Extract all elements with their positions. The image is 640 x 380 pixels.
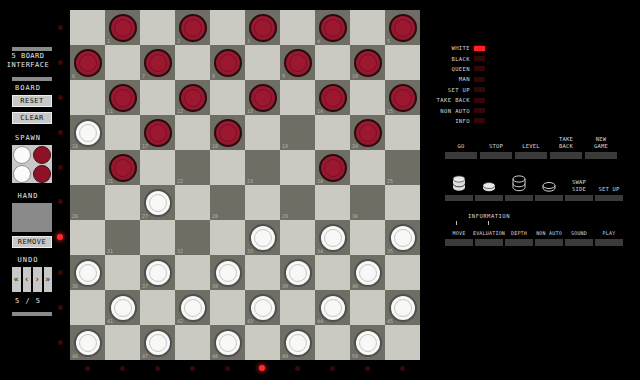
square-number: 10 [352, 74, 358, 79]
square-number: 25 [387, 179, 393, 184]
status-led-info [474, 118, 485, 123]
take-back-label: TAKE BACK [559, 134, 573, 149]
play-info-button[interactable] [595, 239, 623, 246]
spawn-red-man-1[interactable] [33, 146, 51, 164]
board-light-square [175, 45, 210, 80]
non-auto-info-label: NON AUTO [536, 228, 562, 236]
red-man-on-13[interactable] [249, 84, 277, 112]
board-light-square [140, 80, 175, 115]
board-square-34[interactable]: 34 [315, 220, 350, 255]
board-light-square [280, 220, 315, 255]
square-number: 6 [72, 74, 75, 79]
non-auto-info-button[interactable] [535, 239, 563, 246]
non-auto-info-control: NON AUTO [535, 228, 563, 246]
square-number: 12 [177, 109, 183, 114]
red-man-on-12[interactable] [179, 84, 207, 112]
row-led-3 [58, 95, 63, 100]
title-line2: INTERFACE [0, 61, 56, 70]
white-queen-control [445, 171, 473, 201]
board-section-label: BOARD [0, 84, 56, 92]
row-led-9 [58, 305, 63, 310]
board-square-32[interactable]: 32 [175, 220, 210, 255]
square-number: 20 [352, 144, 358, 149]
white-man-on-35[interactable] [389, 224, 417, 252]
square-number: 16 [72, 144, 78, 149]
status-label-man: MAN [410, 76, 470, 82]
row-led-6 [58, 199, 63, 204]
board-square-38[interactable]: 38 [210, 255, 245, 290]
move-info-control: MOVE [445, 228, 473, 246]
square-number: 3 [247, 39, 250, 44]
square-number: 11 [107, 109, 113, 114]
board-light-square [105, 255, 140, 290]
red-man-on-17[interactable] [144, 119, 172, 147]
square-number: 18 [212, 144, 218, 149]
red-man-on-18[interactable] [214, 119, 242, 147]
move-info-button[interactable] [445, 239, 473, 246]
board-square-41[interactable]: 41 [105, 290, 140, 325]
board-square-7[interactable]: 7 [140, 45, 175, 80]
row-led-10 [58, 340, 63, 345]
red-man-on-9[interactable] [284, 49, 312, 77]
board-square-42[interactable]: 42 [175, 290, 210, 325]
status-led-non-auto [474, 108, 485, 113]
white-man-on-16[interactable] [74, 119, 102, 147]
reset-button[interactable]: RESET [12, 95, 52, 107]
square-number: 38 [212, 284, 218, 289]
white-man-on-39[interactable] [284, 259, 312, 287]
square-number: 33 [247, 249, 253, 254]
evaluation-info-button[interactable] [475, 239, 503, 246]
row-led-column [57, 10, 63, 360]
information-group-tick [456, 221, 457, 225]
board-square-16[interactable]: 16 [70, 115, 105, 150]
information-buttons-row: MOVEEVALUATIONDEPTHNON AUTOSOUNDPLAY [445, 228, 623, 246]
status-led-black [474, 56, 485, 61]
board-light-square [70, 150, 105, 185]
status-led-queen [474, 66, 485, 71]
red-man-on-7[interactable] [144, 49, 172, 77]
board-square-25[interactable]: 25 [385, 150, 420, 185]
board-square-4[interactable]: 4 [315, 10, 350, 45]
board-square-1[interactable]: 1 [105, 10, 140, 45]
col-led-4 [190, 366, 195, 371]
board-square-8[interactable]: 8 [210, 45, 245, 80]
white-man-on-33[interactable] [249, 224, 277, 252]
board-light-square [315, 45, 350, 80]
white-man-on-27[interactable] [144, 189, 172, 217]
red-man-on-24[interactable] [319, 154, 347, 182]
black-man-icon [542, 171, 556, 192]
board-light-square [175, 185, 210, 220]
board-light-square [105, 115, 140, 150]
status-led-set-up [474, 87, 485, 92]
board-square-28[interactable]: 28 [210, 185, 245, 220]
board-square-21[interactable]: 21 [105, 150, 140, 185]
board-light-square [245, 45, 280, 80]
board-square-5[interactable]: 5 [385, 10, 420, 45]
board-light-square [140, 290, 175, 325]
clear-button[interactable]: CLEAR [12, 112, 52, 124]
board-square-22[interactable]: 22 [175, 150, 210, 185]
status-label-white: WHITE [410, 45, 470, 51]
black-queen-control [505, 171, 533, 201]
swap-side-button[interactable] [565, 195, 593, 201]
square-number: 50 [352, 354, 358, 359]
board-light-square [105, 325, 140, 360]
status-led-take-back [474, 98, 485, 103]
red-man-on-10[interactable] [354, 49, 382, 77]
board-square-2[interactable]: 2 [175, 10, 210, 45]
board-light-square [210, 10, 245, 45]
red-man-on-6[interactable] [74, 49, 102, 77]
square-number: 14 [317, 109, 323, 114]
black-queen-icon [512, 171, 526, 192]
square-number: 32 [177, 249, 183, 254]
status-label-take-back: TAKE BACK [410, 97, 470, 103]
board-light-square [385, 325, 420, 360]
board-square-17[interactable]: 17 [140, 115, 175, 150]
board-square-36[interactable]: 36 [70, 255, 105, 290]
board-light-square [175, 325, 210, 360]
undo-counter: 5 / 5 [0, 297, 56, 305]
square-number: 40 [352, 284, 358, 289]
status-led-white [474, 46, 485, 51]
board-square-44[interactable]: 44 [315, 290, 350, 325]
square-number: 41 [107, 319, 113, 324]
board-light-square [315, 325, 350, 360]
red-man-on-8[interactable] [214, 49, 242, 77]
white-queen-icon [452, 171, 466, 192]
depth-info-button[interactable] [505, 239, 533, 246]
col-led-3 [155, 366, 160, 371]
swap-side-label: SWAP SIDE [572, 171, 586, 192]
white-man-button[interactable] [475, 195, 503, 201]
col-led-7 [295, 366, 300, 371]
board-square-43[interactable]: 43 [245, 290, 280, 325]
white-man-on-45[interactable] [389, 294, 417, 322]
row-led-2 [58, 60, 63, 65]
board-square-40[interactable]: 40 [350, 255, 385, 290]
swap-side-control: SWAP SIDE [565, 171, 593, 201]
board-square-12[interactable]: 12 [175, 80, 210, 115]
square-number: 31 [107, 249, 113, 254]
board-light-square [245, 115, 280, 150]
white-queen-button[interactable] [445, 195, 473, 201]
evaluation-info-label: EVALUATION [473, 228, 505, 236]
white-man-icon [482, 171, 496, 192]
board-square-27[interactable]: 27 [140, 185, 175, 220]
spawn-red-man-2[interactable] [33, 165, 51, 183]
separator [12, 47, 52, 51]
square-number: 22 [177, 179, 183, 184]
board-square-39[interactable]: 39 [280, 255, 315, 290]
board-square-49[interactable]: 49 [280, 325, 315, 360]
status-label-info: INFO [410, 118, 470, 124]
square-number: 29 [282, 214, 288, 219]
square-number: 46 [72, 354, 78, 359]
board-light-square [210, 220, 245, 255]
board-light-square [280, 80, 315, 115]
board-square-37[interactable]: 37 [140, 255, 175, 290]
stop-control: STOP [480, 134, 512, 159]
white-man-on-40[interactable] [354, 259, 382, 287]
go-label: GO [457, 134, 464, 149]
board-light-square [175, 255, 210, 290]
status-label-queen: QUEEN [410, 66, 470, 72]
col-led-2 [120, 366, 125, 371]
board-light-square [70, 290, 105, 325]
board-square-20[interactable]: 20 [350, 115, 385, 150]
move-info-label: MOVE [453, 228, 466, 236]
white-man-on-47[interactable] [144, 329, 172, 357]
white-man-on-36[interactable] [74, 259, 102, 287]
board-square-29[interactable]: 29 [280, 185, 315, 220]
board-square-23[interactable]: 23 [245, 150, 280, 185]
board-square-50[interactable]: 50 [350, 325, 385, 360]
board-light-square [245, 255, 280, 290]
red-man-on-11[interactable] [109, 84, 137, 112]
status-row-set-up: SET UP [410, 85, 485, 95]
white-man-on-43[interactable] [249, 294, 277, 322]
status-row-info: INFO [410, 116, 485, 126]
draughts-board: 1234567891011121314151617181920212223242… [70, 10, 420, 360]
board-square-6[interactable]: 6 [70, 45, 105, 80]
square-number: 26 [72, 214, 78, 219]
square-number: 4 [317, 39, 320, 44]
status-row-black: BLACK [410, 53, 485, 63]
square-number: 13 [247, 109, 253, 114]
col-led-6 [259, 365, 265, 371]
board-square-35[interactable]: 35 [385, 220, 420, 255]
board-light-square [385, 255, 420, 290]
redo-all-button[interactable]: » [44, 267, 53, 292]
evaluation-info-control: EVALUATION [475, 228, 503, 246]
board-square-11[interactable]: 11 [105, 80, 140, 115]
col-led-5 [225, 366, 230, 371]
board-light-square [315, 115, 350, 150]
square-number: 36 [72, 284, 78, 289]
black-queen-button[interactable] [505, 195, 533, 201]
depth-info-control: DEPTH [505, 228, 533, 246]
board-square-18[interactable]: 18 [210, 115, 245, 150]
board-light-square [245, 325, 280, 360]
redo-one-button[interactable]: › [33, 267, 42, 292]
status-label-non-auto: NON AUTO [410, 108, 470, 114]
information-group-tick [488, 221, 489, 225]
square-number: 1 [107, 39, 110, 44]
board-square-19[interactable]: 19 [280, 115, 315, 150]
col-led-1 [85, 366, 90, 371]
square-number: 45 [387, 319, 393, 324]
stop-button[interactable] [480, 152, 512, 159]
square-number: 24 [317, 179, 323, 184]
board-light-square [315, 255, 350, 290]
board-light-square [70, 80, 105, 115]
board-square-10[interactable]: 10 [350, 45, 385, 80]
board-light-square [350, 150, 385, 185]
take-back-control: TAKE BACK [550, 134, 582, 159]
red-man-on-15[interactable] [389, 84, 417, 112]
undo-one-button[interactable]: ‹ [23, 267, 32, 292]
spawn-white-man-2[interactable] [13, 165, 31, 183]
red-man-on-20[interactable] [354, 119, 382, 147]
red-man-on-3[interactable] [249, 14, 277, 42]
board-square-26[interactable]: 26 [70, 185, 105, 220]
status-row-man: MAN [410, 74, 485, 84]
red-man-on-21[interactable] [109, 154, 137, 182]
red-man-on-4[interactable] [319, 14, 347, 42]
game-buttons-row: GOSTOPLEVELTAKE BACKNEW GAME [445, 134, 617, 159]
board-light-square [280, 10, 315, 45]
white-man-on-48[interactable] [214, 329, 242, 357]
square-number: 44 [317, 319, 323, 324]
board-square-48[interactable]: 48 [210, 325, 245, 360]
square-number: 42 [177, 319, 183, 324]
sound-info-label: SOUND [571, 228, 587, 236]
col-led-10 [400, 366, 405, 371]
spawn-tray [12, 145, 52, 183]
square-number: 15 [387, 109, 393, 114]
new-game-button[interactable] [585, 152, 617, 159]
square-number: 2 [177, 39, 180, 44]
square-number: 37 [142, 284, 148, 289]
square-number: 43 [247, 319, 253, 324]
row-led-4 [58, 130, 63, 135]
status-label-black: BLACK [410, 56, 470, 62]
white-man-on-46[interactable] [74, 329, 102, 357]
square-number: 17 [142, 144, 148, 149]
square-number: 30 [352, 214, 358, 219]
white-man-on-50[interactable] [354, 329, 382, 357]
board-light-square [350, 290, 385, 325]
hand-slot[interactable] [12, 203, 52, 232]
status-label-set-up: SET UP [410, 87, 470, 93]
depth-info-label: DEPTH [511, 228, 527, 236]
square-number: 9 [282, 74, 285, 79]
square-number: 27 [142, 214, 148, 219]
board-square-46[interactable]: 46 [70, 325, 105, 360]
interface-title: 5 BOARD INTERFACE [0, 52, 56, 70]
square-number: 34 [317, 249, 323, 254]
board-square-33[interactable]: 33 [245, 220, 280, 255]
hand-section-label: HAND [0, 192, 56, 200]
separator [12, 312, 52, 316]
play-info-control: PLAY [595, 228, 623, 246]
white-man-on-44[interactable] [319, 294, 347, 322]
status-row-take-back: TAKE BACK [410, 95, 485, 105]
setup-buttons-row: SWAP SIDESET UP [445, 171, 623, 201]
board-light-square [210, 80, 245, 115]
square-number: 39 [282, 284, 288, 289]
level-label: LEVEL [522, 134, 540, 149]
board-light-square [105, 185, 140, 220]
square-number: 35 [387, 249, 393, 254]
board-light-square [245, 185, 280, 220]
go-button[interactable] [445, 152, 477, 159]
red-man-on-1[interactable] [109, 14, 137, 42]
red-man-on-14[interactable] [319, 84, 347, 112]
board-light-square [350, 10, 385, 45]
board-light-square [105, 45, 140, 80]
undo-controls: «‹›» [12, 267, 52, 292]
row-led-1 [58, 25, 63, 30]
status-row-white: WHITE [410, 43, 485, 53]
row-led-5 [58, 165, 63, 170]
set-up-control: SET UP [595, 171, 623, 201]
square-number: 8 [212, 74, 215, 79]
black-man-control [535, 171, 563, 201]
checkers-computer-ui: 5 BOARD INTERFACE BOARD RESET CLEAR SPAW… [0, 0, 640, 380]
sound-info-button[interactable] [565, 239, 593, 246]
remove-button[interactable]: REMOVE [12, 236, 52, 248]
square-number: 21 [107, 179, 113, 184]
board-square-3[interactable]: 3 [245, 10, 280, 45]
white-man-on-37[interactable] [144, 259, 172, 287]
column-led-row [70, 364, 420, 372]
new-game-control: NEW GAME [585, 134, 617, 159]
board-square-9[interactable]: 9 [280, 45, 315, 80]
undo-section-label: UNDO [0, 256, 56, 264]
level-button[interactable] [515, 152, 547, 159]
white-man-on-42[interactable] [179, 294, 207, 322]
board-light-square [350, 80, 385, 115]
white-man-on-41[interactable] [109, 294, 137, 322]
board-square-45[interactable]: 45 [385, 290, 420, 325]
spawn-white-man-1[interactable] [13, 146, 31, 164]
square-number: 48 [212, 354, 218, 359]
status-led-panel: WHITEBLACKQUEENMANSET UPTAKE BACKNON AUT… [410, 43, 485, 126]
black-man-button[interactable] [535, 195, 563, 201]
white-man-on-34[interactable] [319, 224, 347, 252]
separator [12, 77, 52, 81]
board-light-square [210, 150, 245, 185]
white-man-on-38[interactable] [214, 259, 242, 287]
take-back-button[interactable] [550, 152, 582, 159]
board-light-square [70, 10, 105, 45]
new-game-label: NEW GAME [594, 134, 608, 149]
board-square-47[interactable]: 47 [140, 325, 175, 360]
go-control: GO [445, 134, 477, 159]
row-led-7 [57, 234, 63, 240]
board-square-13[interactable]: 13 [245, 80, 280, 115]
board-light-square [280, 290, 315, 325]
red-man-on-5[interactable] [389, 14, 417, 42]
red-man-on-2[interactable] [179, 14, 207, 42]
board-square-14[interactable]: 14 [315, 80, 350, 115]
stop-label: STOP [489, 134, 503, 149]
board-square-30[interactable]: 30 [350, 185, 385, 220]
undo-all-button[interactable]: « [12, 267, 21, 292]
status-row-queen: QUEEN [410, 64, 485, 74]
board-square-31[interactable]: 31 [105, 220, 140, 255]
square-number: 7 [142, 74, 145, 79]
board-light-square [70, 220, 105, 255]
board-square-24[interactable]: 24 [315, 150, 350, 185]
play-info-label: PLAY [603, 228, 616, 236]
board-light-square [140, 10, 175, 45]
board-light-square [210, 290, 245, 325]
board-light-square [315, 185, 350, 220]
spawn-section-label: SPAWN [0, 134, 56, 142]
square-number: 28 [212, 214, 218, 219]
white-man-on-49[interactable] [284, 329, 312, 357]
square-number: 23 [247, 179, 253, 184]
set-up-button[interactable] [595, 195, 623, 201]
set-up-label: SET UP [598, 171, 619, 192]
information-group-label: INFORMATION [443, 213, 535, 219]
status-led-man [474, 77, 485, 82]
